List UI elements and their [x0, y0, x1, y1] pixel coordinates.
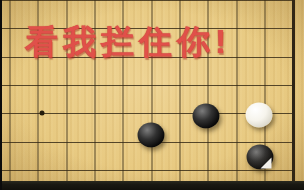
white-stone[interactable] [246, 102, 273, 127]
caption-text: 看我拦住你! [25, 24, 304, 60]
go-app-screen: 看我拦住你! [0, 0, 304, 190]
star-point [40, 111, 45, 116]
black-stone[interactable] [247, 144, 274, 169]
last-move-triangle-marker [261, 157, 272, 168]
bottom-bar [0, 181, 304, 190]
left-edge-bar [0, 0, 2, 190]
black-stone[interactable] [193, 103, 220, 128]
black-stone[interactable] [137, 122, 164, 147]
